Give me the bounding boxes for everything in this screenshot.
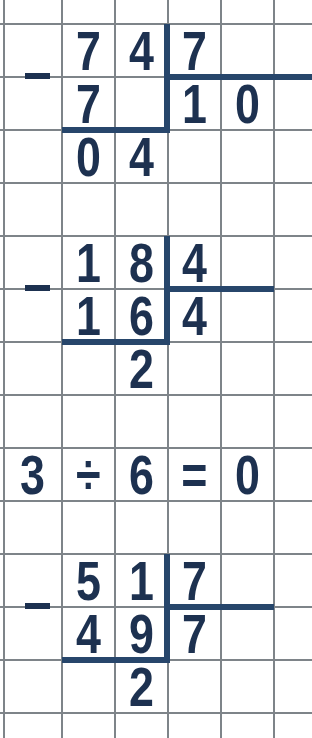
- cell-r8c1: ÷: [62, 448, 115, 501]
- glyph-4: 4: [182, 235, 207, 291]
- glyph-1: 1: [182, 76, 207, 132]
- cell-r2c2: 4: [115, 130, 168, 183]
- glyph-1: 1: [76, 288, 101, 344]
- glyph-9: 9: [129, 606, 154, 662]
- cell-r10c1: 5: [62, 554, 115, 607]
- cell-r10c2: 1: [115, 554, 168, 607]
- cell-r8c0: 3: [4, 448, 62, 501]
- cell-r8c2: 6: [115, 448, 168, 501]
- cell-r10c3: 7: [168, 554, 221, 607]
- cell-r4c2: 8: [115, 236, 168, 289]
- glyph-1: 1: [129, 553, 154, 609]
- glyph-4: 4: [129, 23, 154, 79]
- cell-r2c1: 0: [62, 130, 115, 183]
- minus-sign-2: [25, 285, 50, 291]
- minus-sign-3: [25, 603, 50, 609]
- glyph-4: 4: [182, 288, 207, 344]
- glyph-4: 4: [129, 129, 154, 185]
- glyph-2: 2: [129, 341, 154, 397]
- cell-r1c1: 7: [62, 77, 115, 130]
- glyph-7: 7: [182, 23, 207, 79]
- glyph-7: 7: [182, 606, 207, 662]
- glyph-8: 8: [129, 235, 154, 291]
- cell-r8c4: 0: [221, 448, 274, 501]
- glyph-7: 7: [76, 23, 101, 79]
- grid-line-vertical-0: [3, 0, 5, 738]
- glyph-=: =: [181, 447, 207, 503]
- cell-r5c1: 1: [62, 289, 115, 342]
- glyph-1: 1: [76, 235, 101, 291]
- cell-r0c1: 7: [62, 24, 115, 77]
- cell-r5c3: 4: [168, 289, 221, 342]
- cell-r0c3: 7: [168, 24, 221, 77]
- cell-r4c1: 1: [62, 236, 115, 289]
- cell-r11c1: 4: [62, 607, 115, 660]
- cell-r1c4: 0: [221, 77, 274, 130]
- minus-sign-1: [25, 73, 50, 79]
- cell-r8c3: =: [168, 448, 221, 501]
- glyph-÷: ÷: [76, 447, 101, 503]
- cell-r4c3: 4: [168, 236, 221, 289]
- cell-r6c2: 2: [115, 342, 168, 395]
- glyph-7: 7: [76, 76, 101, 132]
- cell-r12c2: 2: [115, 660, 168, 713]
- glyph-0: 0: [235, 447, 260, 503]
- glyph-7: 7: [182, 553, 207, 609]
- glyph-6: 6: [129, 288, 154, 344]
- glyph-4: 4: [76, 606, 101, 662]
- glyph-3: 3: [21, 447, 46, 503]
- cell-r11c2: 9: [115, 607, 168, 660]
- cell-r5c2: 6: [115, 289, 168, 342]
- glyph-0: 0: [235, 76, 260, 132]
- glyph-5: 5: [76, 553, 101, 609]
- glyph-2: 2: [129, 659, 154, 715]
- glyph-6: 6: [129, 447, 154, 503]
- cell-r0c2: 4: [115, 24, 168, 77]
- cell-r1c3: 1: [168, 77, 221, 130]
- glyph-0: 0: [76, 129, 101, 185]
- cell-r11c3: 7: [168, 607, 221, 660]
- worksheet-page: 7477100418416423÷6=05174972: [0, 0, 312, 738]
